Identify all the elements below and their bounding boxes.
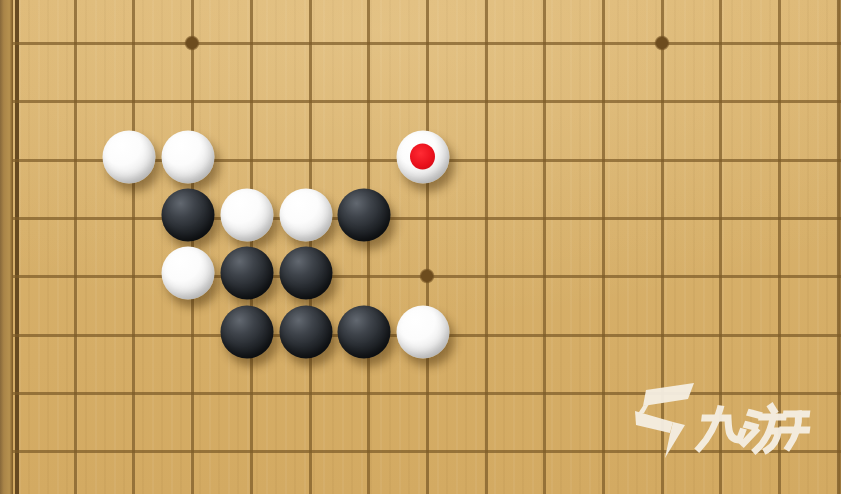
stone-black[interactable]	[220, 247, 273, 300]
stone-white[interactable]	[396, 305, 449, 358]
grid-hline	[13, 100, 841, 103]
grid-vline	[15, 0, 19, 494]
grid-vline	[602, 0, 605, 494]
stone-white[interactable]	[220, 188, 273, 241]
board-left-edge	[0, 0, 13, 494]
grid-vline	[132, 0, 135, 494]
grid-vline	[837, 0, 840, 494]
grid-hline	[13, 217, 841, 220]
last-move-marker	[410, 144, 435, 170]
jiuyou-text-sketch	[699, 407, 809, 450]
stone-white[interactable]	[103, 130, 156, 183]
stone-white[interactable]	[162, 247, 215, 300]
stone-white[interactable]	[162, 130, 215, 183]
stone-white[interactable]	[279, 188, 332, 241]
grid-vline	[367, 0, 370, 494]
star-point	[419, 269, 434, 284]
stone-black[interactable]	[338, 305, 391, 358]
stone-black[interactable]	[162, 188, 215, 241]
jiuyou-g-logo	[635, 383, 694, 458]
star-point	[654, 36, 669, 51]
star-point	[185, 36, 200, 51]
jiuyou-watermark	[626, 377, 821, 467]
grid-vline	[426, 0, 429, 494]
stone-black[interactable]	[279, 247, 332, 300]
char-jiu	[699, 409, 745, 448]
gomoku-board[interactable]	[0, 0, 841, 494]
stone-white-last-move[interactable]	[396, 130, 449, 183]
grid-hline	[13, 42, 841, 45]
grid-vline	[543, 0, 546, 494]
stone-black[interactable]	[220, 305, 273, 358]
char-you	[743, 407, 809, 450]
grid-vline	[74, 0, 77, 494]
grid-vline	[485, 0, 488, 494]
stone-black[interactable]	[279, 305, 332, 358]
stone-black[interactable]	[338, 188, 391, 241]
